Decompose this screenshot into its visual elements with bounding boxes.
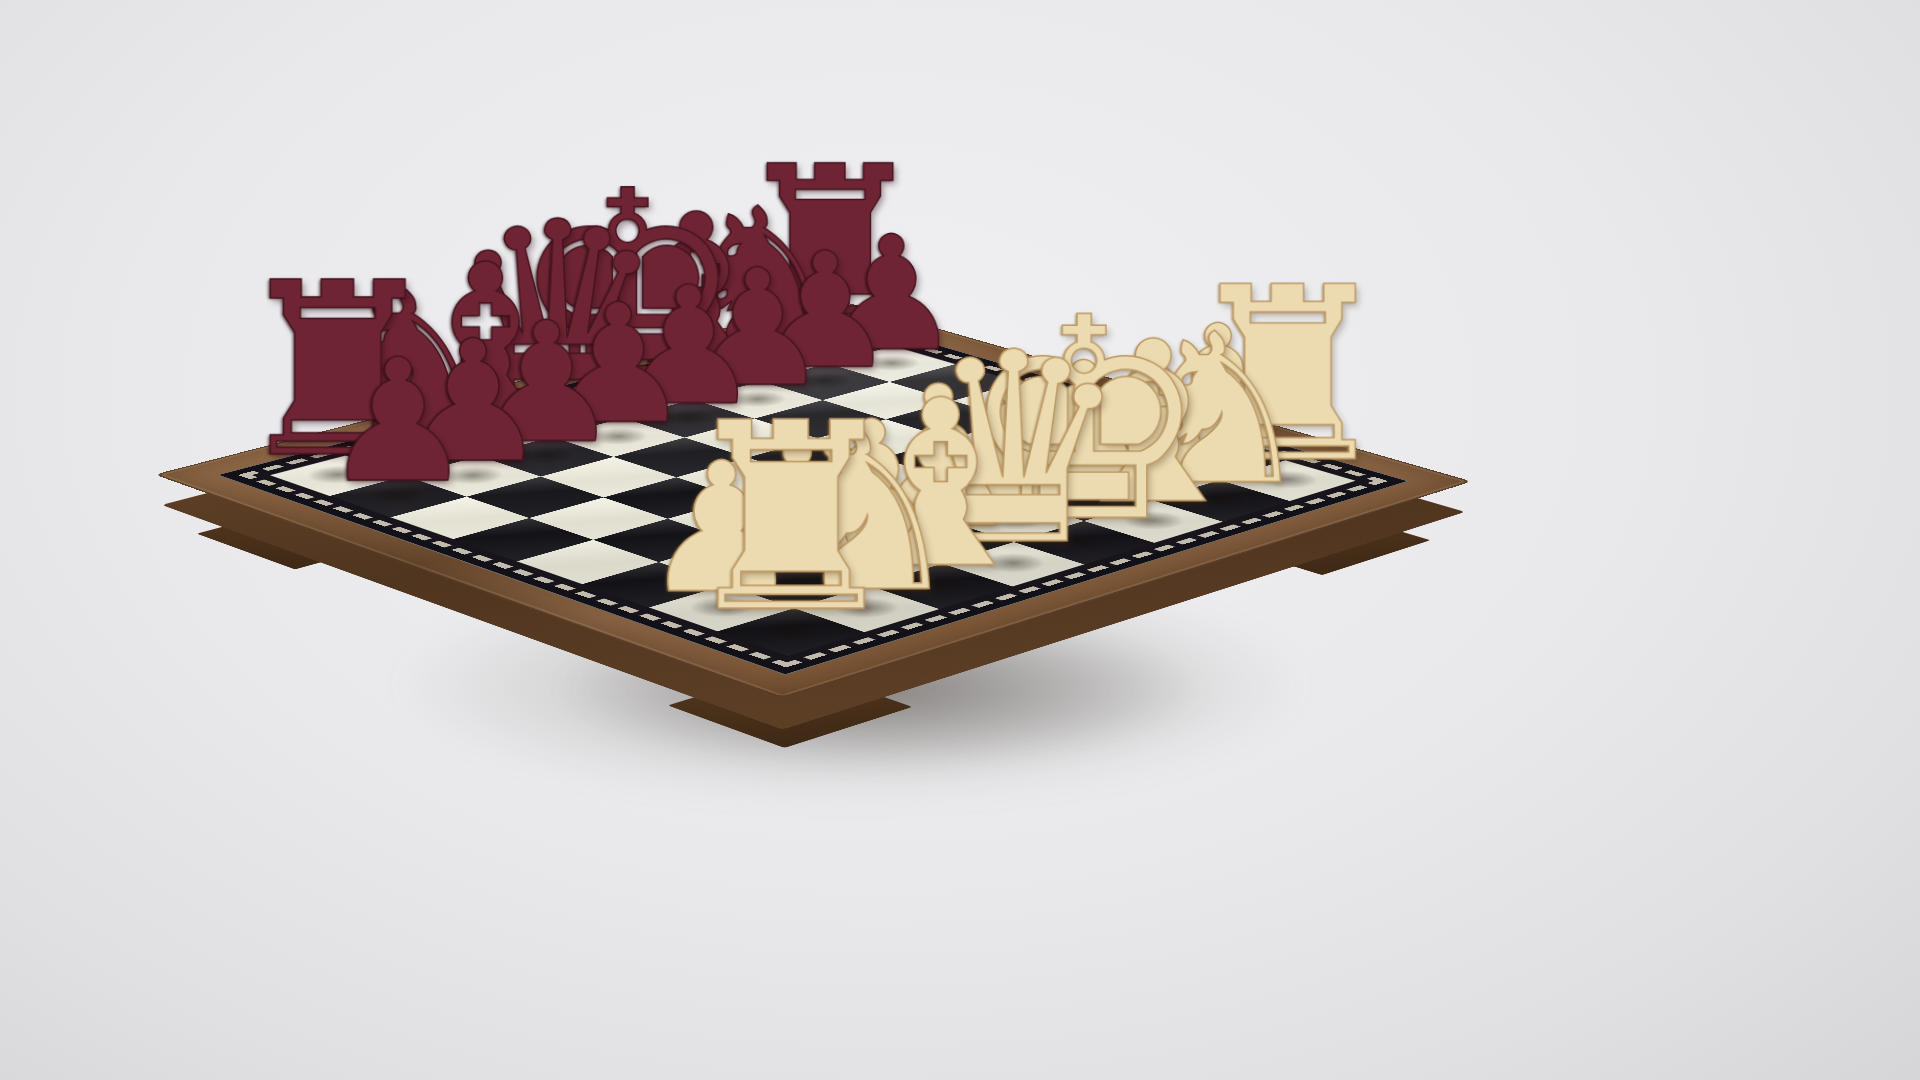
chess-board: ♜♞♝♛♚♝♞♜♟♟♟♟♟♟♟♟♟♟♟♟♟♟♟♟♜♞♝♛♚♝♞♜: [155, 300, 1472, 699]
black-border-band: ♜♞♝♛♚♝♞♜♟♟♟♟♟♟♟♟♟♟♟♟♟♟♟♟♜♞♝♛♚♝♞♜: [217, 315, 1410, 675]
playing-surface: ♜♞♝♛♚♝♞♜♟♟♟♟♟♟♟♟♟♟♟♟♟♟♟♟♜♞♝♛♚♝♞♜: [270, 328, 1356, 655]
scene-3d: ♜♞♝♛♚♝♞♜♟♟♟♟♟♟♟♟♟♟♟♟♟♟♟♟♜♞♝♛♚♝♞♜: [0, 0, 1920, 1080]
piece-layer: ♜♞♝♛♚♝♞♜♟♟♟♟♟♟♟♟♟♟♟♟♟♟♟♟♜♞♝♛♚♝♞♜: [270, 328, 1356, 655]
piece-black-pawn-a7[interactable]: ♟: [257, 344, 540, 500]
walnut-frame: ♜♞♝♛♚♝♞♜♟♟♟♟♟♟♟♟♟♟♟♟♟♟♟♟♜♞♝♛♚♝♞♜: [155, 300, 1472, 699]
piece-white-rook-a1[interactable]: ♜: [640, 399, 943, 638]
studio-photo-stage: ♜♞♝♛♚♝♞♜♟♟♟♟♟♟♟♟♟♟♟♟♟♟♟♟♜♞♝♛♚♝♞♜: [0, 0, 1920, 1080]
pawn-glyph: ♟: [257, 344, 540, 500]
mother-of-pearl-chain-inlay: ♜♞♝♛♚♝♞♜♟♟♟♟♟♟♟♟♟♟♟♟♟♟♟♟♜♞♝♛♚♝♞♜: [238, 320, 1389, 667]
rook-glyph: ♜: [640, 399, 943, 638]
